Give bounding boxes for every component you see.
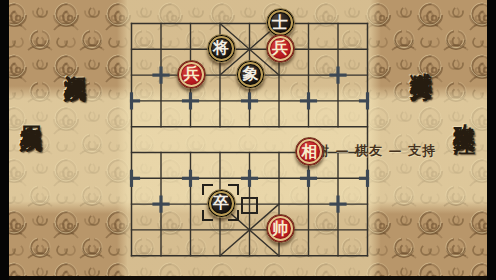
side-text-left-outer: 实用象棋残局 [21, 107, 43, 114]
piece-black-general[interactable]: 将 [207, 34, 236, 63]
piece-black-advisor[interactable]: 士 [266, 8, 295, 37]
piece-red-soldier-1[interactable]: 兵 [266, 34, 295, 63]
bottom-edge-strip [0, 276, 496, 280]
piece-red-general[interactable]: 帅 [266, 214, 295, 243]
piece-black-soldier[interactable]: 卒 [207, 189, 236, 218]
piece-black-elephant[interactable]: 象 [236, 60, 265, 89]
xiangqi-board: 感谢 — 棋友 — 支持 [119, 11, 379, 269]
side-text-right-outer: 欢迎棋友关注 [454, 107, 476, 114]
video-frame: 感谢 — 棋友 — 支持 江湖象棋残局 实用象棋残局 感谢棋友支持 欢迎棋友关注… [0, 0, 496, 280]
piece-red-soldier-2[interactable]: 兵 [177, 60, 206, 89]
board-grid [119, 11, 379, 269]
piece-red-elephant[interactable]: 相 [295, 137, 324, 166]
pillarbox-right [487, 0, 496, 280]
side-text-right-inner: 感谢棋友支持 [411, 55, 433, 62]
pillarbox-left [0, 0, 9, 280]
side-text-left-inner: 江湖象棋残局 [65, 57, 87, 64]
move-origin-marker [241, 197, 258, 214]
